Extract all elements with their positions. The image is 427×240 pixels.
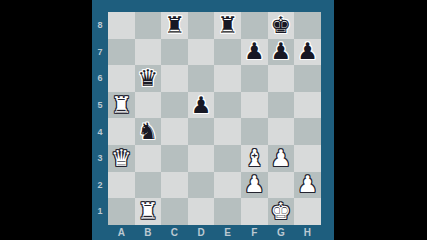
rank-label-4: 4 [92,118,108,145]
piece-white-bishop-f3[interactable]: ♝ [244,147,265,170]
rank-label-8: 8 [92,12,108,39]
piece-black-pawn-h7[interactable]: ♟ [297,40,318,63]
square-h8[interactable] [294,12,321,39]
file-label-a: A [108,225,135,240]
video-frame: 87654321 ♜♜♚♟♟♟♛♜♟♞♛♝♟♟♟♜♚ ABCDEFGH [0,0,427,240]
square-h4[interactable] [294,118,321,145]
square-d4[interactable] [188,118,215,145]
piece-black-pawn-g7[interactable]: ♟ [271,40,292,63]
square-c3[interactable] [161,145,188,172]
square-g7[interactable]: ♟ [268,39,295,66]
square-b5[interactable] [135,92,162,119]
piece-white-rook-b1[interactable]: ♜ [138,200,159,223]
piece-white-pawn-h2[interactable]: ♟ [297,173,318,196]
piece-black-rook-e8[interactable]: ♜ [217,14,238,37]
square-b8[interactable] [135,12,162,39]
square-g3[interactable]: ♟ [268,145,295,172]
square-d2[interactable] [188,172,215,199]
square-c7[interactable] [161,39,188,66]
square-a6[interactable] [108,65,135,92]
file-label-g: G [268,225,295,240]
piece-black-pawn-d5[interactable]: ♟ [191,94,212,117]
piece-black-knight-b4[interactable]: ♞ [138,120,159,143]
file-label-d: D [188,225,215,240]
rank-label-3: 3 [92,145,108,172]
square-b4[interactable]: ♞ [135,118,162,145]
square-b7[interactable] [135,39,162,66]
rank-label-6: 6 [92,65,108,92]
square-c2[interactable] [161,172,188,199]
square-d7[interactable] [188,39,215,66]
square-g8[interactable]: ♚ [268,12,295,39]
square-b6[interactable]: ♛ [135,65,162,92]
square-h5[interactable] [294,92,321,119]
square-b2[interactable] [135,172,162,199]
square-e4[interactable] [214,118,241,145]
file-label-e: E [214,225,241,240]
square-c4[interactable] [161,118,188,145]
square-h3[interactable] [294,145,321,172]
rank-label-7: 7 [92,39,108,66]
square-g6[interactable] [268,65,295,92]
square-d3[interactable] [188,145,215,172]
file-label-f: F [241,225,268,240]
square-e1[interactable] [214,198,241,225]
piece-white-pawn-g3[interactable]: ♟ [271,147,292,170]
square-f4[interactable] [241,118,268,145]
rank-label-1: 1 [92,198,108,225]
rank-label-5: 5 [92,92,108,119]
square-f8[interactable] [241,12,268,39]
piece-black-pawn-f7[interactable]: ♟ [244,40,265,63]
square-c6[interactable] [161,65,188,92]
piece-white-king-g1[interactable]: ♚ [271,200,292,223]
square-a8[interactable] [108,12,135,39]
square-c5[interactable] [161,92,188,119]
square-e8[interactable]: ♜ [214,12,241,39]
square-c1[interactable] [161,198,188,225]
piece-black-king-g8[interactable]: ♚ [271,14,292,37]
piece-white-queen-a3[interactable]: ♛ [111,147,132,170]
square-h6[interactable] [294,65,321,92]
square-e3[interactable] [214,145,241,172]
square-a7[interactable] [108,39,135,66]
piece-black-rook-c8[interactable]: ♜ [164,14,185,37]
square-b1[interactable]: ♜ [135,198,162,225]
square-g5[interactable] [268,92,295,119]
square-g4[interactable] [268,118,295,145]
square-g2[interactable] [268,172,295,199]
square-e7[interactable] [214,39,241,66]
square-a3[interactable]: ♛ [108,145,135,172]
rank-label-2: 2 [92,172,108,199]
chess-board: ♜♜♚♟♟♟♛♜♟♞♛♝♟♟♟♜♚ [108,12,321,225]
file-label-b: B [135,225,162,240]
square-h2[interactable]: ♟ [294,172,321,199]
square-f5[interactable] [241,92,268,119]
square-f1[interactable] [241,198,268,225]
square-e5[interactable] [214,92,241,119]
square-a5[interactable]: ♜ [108,92,135,119]
square-h7[interactable]: ♟ [294,39,321,66]
square-f3[interactable]: ♝ [241,145,268,172]
file-label-c: C [161,225,188,240]
square-d5[interactable]: ♟ [188,92,215,119]
square-a2[interactable] [108,172,135,199]
piece-black-queen-b6[interactable]: ♛ [138,67,159,90]
letterbox-right [334,0,427,240]
square-d6[interactable] [188,65,215,92]
square-f2[interactable]: ♟ [241,172,268,199]
square-d1[interactable] [188,198,215,225]
square-a1[interactable] [108,198,135,225]
square-h1[interactable] [294,198,321,225]
piece-white-rook-a5[interactable]: ♜ [111,94,132,117]
file-labels: ABCDEFGH [108,225,321,240]
square-e6[interactable] [214,65,241,92]
piece-white-pawn-f2[interactable]: ♟ [244,173,265,196]
square-f7[interactable]: ♟ [241,39,268,66]
letterbox-left [0,0,92,240]
square-d8[interactable] [188,12,215,39]
square-a4[interactable] [108,118,135,145]
board-panel: 87654321 ♜♜♚♟♟♟♛♜♟♞♛♝♟♟♟♜♚ ABCDEFGH [92,0,334,240]
square-e2[interactable] [214,172,241,199]
square-f6[interactable] [241,65,268,92]
square-g1[interactable]: ♚ [268,198,295,225]
square-b3[interactable] [135,145,162,172]
rank-labels: 87654321 [92,12,108,225]
square-c8[interactable]: ♜ [161,12,188,39]
file-label-h: H [294,225,321,240]
